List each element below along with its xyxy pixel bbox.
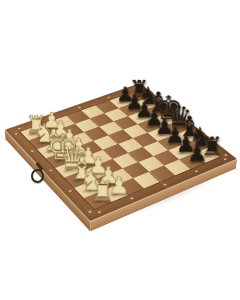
brass-screw-icon bbox=[14, 133, 18, 135]
brass-screw-icon bbox=[68, 190, 72, 193]
brass-screw-icon bbox=[17, 127, 21, 129]
brass-screw-icon bbox=[223, 158, 227, 161]
brass-screw-icon bbox=[97, 210, 102, 213]
brass-screw-icon bbox=[87, 211, 92, 214]
piece-black-pawn: ♟ bbox=[187, 143, 207, 166]
product-photo: ♜♟♟♜♞♟♟♞♝♟♟♝♚♟♟♚♛♟♟♛♝♟♟♝♞♟♟♞♜♟♟♜ bbox=[0, 0, 240, 300]
brass-screw-icon bbox=[107, 96, 111, 98]
chess-board: ♜♟♟♜♞♟♟♞♝♟♟♝♚♟♟♚♛♟♟♛♝♟♟♝♞♟♟♞♜♟♟♜ bbox=[5, 83, 238, 222]
brass-screw-icon bbox=[194, 170, 198, 173]
board-squares: ♜♟♟♜♞♟♟♞♝♟♟♝♚♟♟♚♛♟♟♛♝♟♟♝♞♟♟♞♜♟♟♜ bbox=[20, 91, 219, 209]
brass-screw-icon bbox=[224, 154, 228, 157]
clasp-ring bbox=[31, 169, 44, 183]
brass-screw-icon bbox=[30, 150, 34, 153]
photo-scene: ♜♟♟♜♞♟♟♞♝♟♟♝♚♟♟♚♛♟♟♛♝♟♟♝♞♟♟♞♜♟♟♜ bbox=[0, 0, 240, 300]
brass-screw-icon bbox=[130, 197, 135, 200]
piece-white-rook: ♜ bbox=[90, 177, 115, 205]
metal-clasp-icon bbox=[30, 162, 46, 184]
brass-screw-icon bbox=[48, 169, 52, 172]
